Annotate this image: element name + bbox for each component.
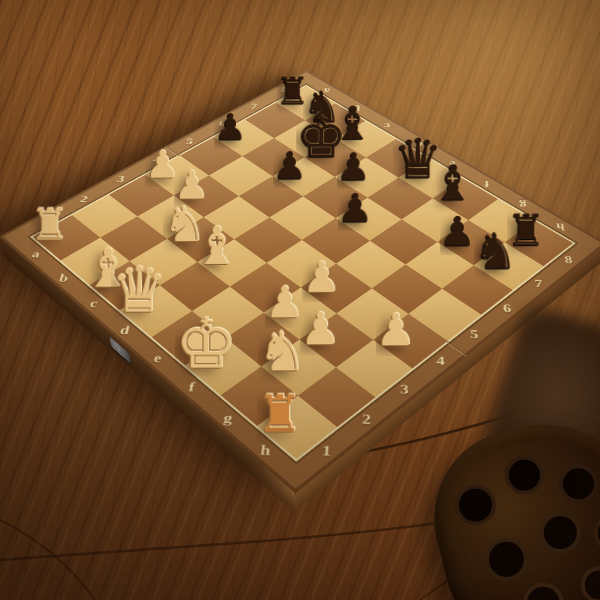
piece-white-bishop-d3: ♝ [198, 239, 267, 286]
rank-label-4: 4 [436, 354, 445, 369]
rank-label-5: 5 [470, 328, 479, 342]
piece-glyph: ♟ [302, 256, 340, 298]
piece-glyph: ♟ [265, 280, 304, 323]
rank-label-5: 5 [185, 137, 194, 147]
piece-glyph: ♟ [301, 307, 341, 351]
piece-white-king-f1: ♚ [185, 338, 261, 395]
rank-label-2: 2 [362, 412, 371, 428]
photo-scene: abcdefgh abcdefgh 87654321 87654321 ♜♞♝♛… [0, 0, 600, 600]
rank-label-2: 2 [79, 194, 90, 205]
piece-glyph: ♛ [111, 259, 167, 322]
piece-glyph: ♚ [175, 309, 237, 378]
file-label-a: a [30, 248, 42, 260]
lotus-pod-decoration [415, 403, 600, 600]
file-label-d: d [119, 323, 131, 337]
file-label-e: e [153, 351, 163, 365]
file-label-c: c [385, 121, 391, 130]
piece-glyph: ♜ [30, 203, 69, 246]
piece-glyph: ♟ [376, 307, 416, 351]
clasp-latch-icon [109, 336, 131, 364]
rank-label-7: 7 [250, 102, 258, 111]
rank-label-1: 1 [322, 443, 332, 460]
rank-label-7: 7 [534, 278, 543, 291]
piece-glyph: ♝ [194, 221, 240, 273]
rank-label-3: 3 [116, 174, 126, 184]
piece-white-pawn-h4: ♟ [373, 314, 447, 368]
file-label-c: c [89, 297, 100, 310]
rank-label-8: 8 [564, 254, 573, 266]
file-label-f: f [188, 380, 196, 395]
piece-white-rook-h1: ♜ [257, 396, 337, 459]
file-label-b: b [58, 272, 70, 285]
piece-glyph: ♞ [474, 226, 519, 276]
file-label-f: f [484, 178, 490, 188]
file-label-g: g [222, 410, 233, 426]
piece-glyph: ♜ [257, 389, 303, 440]
file-label-h: h [260, 442, 272, 459]
piece-glyph: ♟ [440, 211, 476, 251]
rank-label-3: 3 [400, 382, 409, 397]
file-label-h: h [556, 221, 566, 232]
rank-label-6: 6 [503, 302, 512, 315]
piece-glyph: ♞ [258, 324, 307, 378]
